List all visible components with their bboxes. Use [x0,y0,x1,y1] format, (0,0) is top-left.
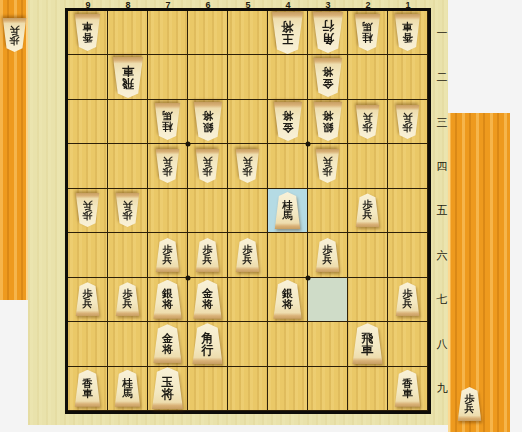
board-square[interactable]: 桂馬 [108,367,148,411]
board-square[interactable]: 桂馬 [348,11,388,55]
shogi-piece[interactable]: 歩兵 [115,193,140,227]
hoshi-dot [306,142,311,147]
board-square[interactable]: 歩兵 [388,278,428,322]
shogi-piece[interactable]: 王将 [271,12,304,54]
piece-kanji: 歩 [403,122,413,132]
board-square[interactable]: 歩兵 [348,189,388,233]
shogi-piece[interactable]: 歩兵 [315,238,340,272]
board-square[interactable]: 銀将 [148,278,188,322]
piece-kanji: 兵 [465,404,475,414]
piece-kanji: 車 [402,22,413,33]
board-square[interactable]: 歩兵 [68,189,108,233]
board-square[interactable]: 飛車 [348,322,388,366]
shogi-piece[interactable]: 桂馬 [114,370,141,407]
board-square[interactable] [308,322,348,366]
piece-kanji: 将 [202,110,213,121]
board-square[interactable] [108,144,148,188]
board-square[interactable]: 歩兵 [388,100,428,144]
hoshi-dot [306,275,311,280]
board-square[interactable] [188,11,228,55]
shogi-piece[interactable]: 歩兵 [235,238,260,272]
piece-kanji: 将 [282,110,293,121]
shogi-piece[interactable]: 香車 [394,14,421,51]
piece-kanji: 歩 [123,210,133,220]
board-square[interactable] [348,367,388,411]
shogi-piece[interactable]: 飛車 [352,323,384,364]
shogi-piece[interactable]: 金将 [193,280,223,319]
board-square[interactable]: 歩兵 [148,144,188,188]
board-square[interactable] [188,55,228,99]
board-square[interactable] [68,322,108,366]
board-square[interactable]: 歩兵 [188,233,228,277]
piece-kanji: 兵 [123,299,133,309]
board-square[interactable] [148,11,188,55]
board-square[interactable] [348,278,388,322]
board-square[interactable] [68,144,108,188]
shogi-app: 歩兵 987654321 香車王将角行桂馬香車飛車金将桂馬銀将金将銀将歩兵歩兵歩… [0,0,522,432]
shogi-piece[interactable]: 歩兵 [115,282,140,316]
board-square[interactable]: 桂馬 [148,100,188,144]
board-square[interactable] [388,144,428,188]
rank-label: 二 [432,55,452,99]
shogi-piece[interactable]: 桂馬 [354,14,381,51]
board-square[interactable]: 香車 [68,367,108,411]
rank-label: 一 [432,11,452,55]
board-square[interactable] [308,278,348,322]
piece-kanji: 王 [282,33,294,45]
board-square[interactable]: 角行 [308,11,348,55]
piece-kanji: 兵 [123,200,133,210]
board-square[interactable]: 金将 [148,322,188,366]
piece-kanji: 将 [282,20,294,32]
piece-kanji: 兵 [83,299,93,309]
board-square[interactable] [308,367,348,411]
board-square[interactable]: 王将 [268,11,308,55]
board-square[interactable] [388,189,428,233]
board-grid: 香車王将角行桂馬香車飛車金将桂馬銀将金将銀将歩兵歩兵歩兵歩兵歩兵歩兵歩兵歩兵桂馬… [68,11,428,411]
piece-kanji: 車 [362,344,374,356]
board-square[interactable] [108,233,148,277]
piece-kanji: 兵 [243,156,253,166]
board-square[interactable]: 角行 [188,322,228,366]
piece-kanji: 兵 [10,25,20,35]
sente-captured-tray: 歩兵 [448,113,510,432]
piece-kanji: 桂 [362,33,373,44]
piece-kanji: 馬 [122,388,133,399]
board-square[interactable] [228,367,268,411]
piece-kanji: 飛 [362,332,374,344]
board-square[interactable] [228,55,268,99]
piece-kanji: 行 [322,20,334,32]
board-square[interactable]: 歩兵 [148,233,188,277]
board-square[interactable]: 歩兵 [228,144,268,188]
shogi-piece[interactable]: 歩兵 [355,105,380,139]
board-square[interactable] [388,55,428,99]
piece-kanji: 車 [82,22,93,33]
piece-kanji: 馬 [362,22,373,33]
piece-kanji: 兵 [363,210,373,220]
piece-kanji: 銀 [202,122,213,133]
piece-kanji: 将 [162,344,173,355]
board-square[interactable] [228,189,268,233]
board-square[interactable]: 香車 [388,367,428,411]
shogi-piece[interactable]: 歩兵 [2,18,27,52]
piece-kanji: 兵 [363,111,373,121]
board-square[interactable] [228,11,268,55]
piece-kanji: 兵 [203,255,213,265]
piece-kanji: 兵 [403,299,413,309]
board-square[interactable]: 金将 [268,100,308,144]
piece-kanji: 将 [282,299,293,310]
shogi-piece[interactable]: 歩兵 [315,149,340,183]
piece-kanji: 歩 [83,210,93,220]
piece-kanji: 兵 [163,156,173,166]
shogi-piece[interactable]: 飛車 [112,57,144,98]
board-square[interactable] [228,278,268,322]
piece-kanji: 歩 [363,122,373,132]
board-square[interactable] [148,189,188,233]
piece-kanji: 車 [82,388,93,399]
shogi-piece[interactable]: 歩兵 [355,193,380,227]
board-square[interactable] [268,144,308,188]
shogi-piece[interactable]: 角行 [312,12,344,53]
piece-kanji: 兵 [323,156,333,166]
board-square[interactable] [68,233,108,277]
gote-captured-tray: 歩兵 [0,0,28,300]
shogi-piece[interactable]: 歩兵 [75,282,100,316]
shogi-piece[interactable]: 歩兵 [457,387,482,421]
piece-kanji: 飛 [122,77,134,89]
shogi-piece[interactable]: 金将 [313,58,343,97]
piece-kanji: 歩 [203,166,213,176]
shogi-piece[interactable]: 銀将 [153,280,183,319]
shogi-piece[interactable]: 金将 [273,102,303,141]
board-square[interactable]: 銀将 [188,100,228,144]
board-square[interactable] [148,55,188,99]
board-square[interactable] [268,55,308,99]
shogi-piece[interactable]: 歩兵 [155,149,180,183]
shogi-piece[interactable]: 金将 [153,324,183,363]
piece-kanji: 香 [82,33,93,44]
piece-kanji: 角 [322,33,334,45]
board-square[interactable]: 歩兵 [68,278,108,322]
piece-kanji: 行 [202,344,214,356]
board-square[interactable] [348,144,388,188]
shogi-piece[interactable]: 桂馬 [154,103,181,140]
board-square[interactable] [268,367,308,411]
piece-kanji: 金 [282,122,293,133]
board-square[interactable]: 歩兵 [108,189,148,233]
piece-kanji: 歩 [243,166,253,176]
board-square[interactable] [188,367,228,411]
piece-kanji: 兵 [83,200,93,210]
piece-kanji: 香 [402,33,413,44]
hoshi-dot [186,142,191,147]
shogi-piece[interactable]: 香車 [394,370,421,407]
piece-kanji: 馬 [162,111,173,122]
piece-kanji: 兵 [243,255,253,265]
board-square[interactable] [68,100,108,144]
piece-kanji: 歩 [10,35,20,45]
piece-kanji: 将 [322,66,333,77]
board-square[interactable] [228,322,268,366]
board-square[interactable] [108,322,148,366]
board-square[interactable] [108,11,148,55]
board-square[interactable]: 金将 [308,55,348,99]
shogi-piece[interactable]: 角行 [192,323,224,364]
board-square[interactable] [388,233,428,277]
board-square[interactable] [348,55,388,99]
shogi-piece[interactable]: 香車 [74,370,101,407]
board-square[interactable]: 玉将 [148,367,188,411]
piece-kanji: 歩 [323,166,333,176]
shogi-piece[interactable]: 歩兵 [395,282,420,316]
gote-hand-pieces: 歩兵 [2,18,27,52]
piece-kanji: 金 [322,77,333,88]
shogi-piece[interactable]: 歩兵 [195,149,220,183]
sente-hand-pieces: 歩兵 [457,387,482,421]
piece-kanji: 車 [402,388,413,399]
board-square[interactable] [308,189,348,233]
shogi-piece[interactable]: 歩兵 [195,238,220,272]
board-square[interactable]: 飛車 [108,55,148,99]
board-square[interactable] [268,322,308,366]
shogi-piece[interactable]: 香車 [74,14,101,51]
piece-kanji: 桂 [162,122,173,133]
piece-kanji: 歩 [163,166,173,176]
board-square[interactable]: 銀将 [308,100,348,144]
shogi-board: 香車王将角行桂馬香車飛車金将桂馬銀将金将銀将歩兵歩兵歩兵歩兵歩兵歩兵歩兵歩兵桂馬… [65,8,431,414]
board-square[interactable] [388,322,428,366]
board-square[interactable]: 歩兵 [108,278,148,322]
piece-kanji: 馬 [282,210,293,221]
shogi-piece[interactable]: 銀将 [193,102,223,141]
shogi-piece[interactable]: 桂馬 [274,192,301,229]
board-square[interactable]: 香車 [388,11,428,55]
piece-kanji: 将 [162,299,173,310]
board-square[interactable] [68,55,108,99]
shogi-piece[interactable]: 歩兵 [395,105,420,139]
piece-kanji: 兵 [323,255,333,265]
shogi-piece[interactable]: 銀将 [273,280,303,319]
board-square[interactable]: 歩兵 [308,233,348,277]
piece-kanji: 将 [322,110,333,121]
board-square[interactable]: 歩兵 [188,144,228,188]
piece-kanji: 角 [202,332,214,344]
piece-kanji: 兵 [203,156,213,166]
board-square[interactable]: 歩兵 [348,100,388,144]
hoshi-dot [186,275,191,280]
piece-kanji: 銀 [322,122,333,133]
board-square[interactable]: 歩兵 [228,233,268,277]
piece-kanji: 将 [202,299,213,310]
board-square[interactable]: 香車 [68,11,108,55]
piece-kanji: 兵 [403,111,413,121]
shogi-piece[interactable]: 銀将 [313,102,343,141]
shogi-piece[interactable]: 歩兵 [235,149,260,183]
board-square[interactable] [108,100,148,144]
board-square[interactable]: 歩兵 [308,144,348,188]
piece-kanji: 車 [122,65,134,77]
shogi-piece[interactable]: 玉将 [151,367,184,409]
board-square[interactable]: 銀将 [268,278,308,322]
board-square[interactable] [268,233,308,277]
board-square[interactable]: 金将 [188,278,228,322]
piece-kanji: 将 [162,388,174,400]
shogi-piece[interactable]: 歩兵 [75,193,100,227]
board-square[interactable] [188,189,228,233]
shogi-piece[interactable]: 歩兵 [155,238,180,272]
play-area: 987654321 香車王将角行桂馬香車飛車金将桂馬銀将金将銀将歩兵歩兵歩兵歩兵… [28,0,448,425]
board-square[interactable]: 桂馬 [268,189,308,233]
board-square[interactable] [228,100,268,144]
board-square[interactable] [348,233,388,277]
piece-kanji: 兵 [163,255,173,265]
